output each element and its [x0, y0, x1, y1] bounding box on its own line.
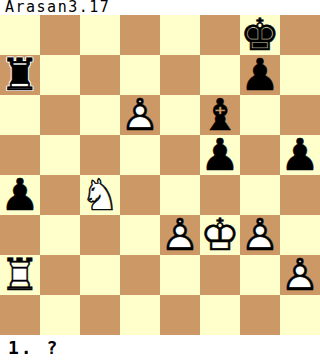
square-c2[interactable] — [80, 255, 120, 295]
square-h8[interactable] — [280, 15, 320, 55]
white-pawn-glyph: ♙ — [280, 255, 320, 295]
square-c4[interactable]: ♞♘ — [80, 175, 120, 215]
chess-board: ♚♜♟♟♙♝♟♟♟♞♘♟♙♚♔♟♙♜♖♟♙ — [0, 15, 320, 335]
square-a2[interactable]: ♜♖ — [0, 255, 40, 295]
square-d5[interactable] — [120, 135, 160, 175]
square-h2[interactable]: ♟♙ — [280, 255, 320, 295]
square-a4[interactable]: ♟ — [0, 175, 40, 215]
white-knight: ♞♘ — [80, 175, 120, 215]
square-d1[interactable] — [120, 295, 160, 335]
square-f2[interactable] — [200, 255, 240, 295]
chess-diagram-window: Arasan3.17 ♚♜♟♟♙♝♟♟♟♞♘♟♙♚♔♟♙♜♖♟♙ 1. ? — [0, 0, 320, 360]
square-g7[interactable]: ♟ — [240, 55, 280, 95]
white-king: ♚♔ — [200, 215, 240, 255]
square-e7[interactable] — [160, 55, 200, 95]
square-d6[interactable]: ♟♙ — [120, 95, 160, 135]
square-a6[interactable] — [0, 95, 40, 135]
move-prompt: 1. ? — [0, 335, 320, 360]
white-king-glyph: ♔ — [200, 215, 240, 255]
square-h4[interactable] — [280, 175, 320, 215]
white-pawn-glyph: ♙ — [120, 95, 160, 135]
black-pawn-glyph: ♟ — [0, 175, 40, 215]
square-b7[interactable] — [40, 55, 80, 95]
square-b8[interactable] — [40, 15, 80, 55]
black-pawn: ♟ — [200, 135, 240, 175]
square-b3[interactable] — [40, 215, 80, 255]
square-g5[interactable] — [240, 135, 280, 175]
black-pawn: ♟ — [0, 175, 40, 215]
square-d2[interactable] — [120, 255, 160, 295]
white-pawn: ♟♙ — [160, 215, 200, 255]
square-g3[interactable]: ♟♙ — [240, 215, 280, 255]
square-c1[interactable] — [80, 295, 120, 335]
square-d8[interactable] — [120, 15, 160, 55]
square-f3[interactable]: ♚♔ — [200, 215, 240, 255]
square-b4[interactable] — [40, 175, 80, 215]
black-pawn-glyph: ♟ — [200, 135, 240, 175]
square-g1[interactable] — [240, 295, 280, 335]
square-e1[interactable] — [160, 295, 200, 335]
square-c8[interactable] — [80, 15, 120, 55]
square-b5[interactable] — [40, 135, 80, 175]
white-pawn: ♟♙ — [120, 95, 160, 135]
square-c3[interactable] — [80, 215, 120, 255]
square-c7[interactable] — [80, 55, 120, 95]
white-pawn: ♟♙ — [280, 255, 320, 295]
black-pawn: ♟ — [240, 55, 280, 95]
white-pawn: ♟♙ — [240, 215, 280, 255]
square-a7[interactable]: ♜ — [0, 55, 40, 95]
square-e5[interactable] — [160, 135, 200, 175]
black-pawn-glyph: ♟ — [240, 55, 280, 95]
square-e6[interactable] — [160, 95, 200, 135]
white-knight-glyph: ♘ — [80, 175, 120, 215]
black-pawn-glyph: ♟ — [280, 135, 320, 175]
square-b2[interactable] — [40, 255, 80, 295]
white-rook: ♜♖ — [0, 255, 40, 295]
square-h7[interactable] — [280, 55, 320, 95]
black-pawn: ♟ — [280, 135, 320, 175]
square-d4[interactable] — [120, 175, 160, 215]
square-b1[interactable] — [40, 295, 80, 335]
square-c6[interactable] — [80, 95, 120, 135]
square-e8[interactable] — [160, 15, 200, 55]
square-h1[interactable] — [280, 295, 320, 335]
white-pawn-glyph: ♙ — [240, 215, 280, 255]
black-rook-glyph: ♜ — [0, 55, 40, 95]
square-g2[interactable] — [240, 255, 280, 295]
square-h5[interactable]: ♟ — [280, 135, 320, 175]
square-e3[interactable]: ♟♙ — [160, 215, 200, 255]
square-d3[interactable] — [120, 215, 160, 255]
square-f1[interactable] — [200, 295, 240, 335]
square-e2[interactable] — [160, 255, 200, 295]
square-a1[interactable] — [0, 295, 40, 335]
black-rook: ♜ — [0, 55, 40, 95]
white-rook-glyph: ♖ — [0, 255, 40, 295]
square-f5[interactable]: ♟ — [200, 135, 240, 175]
square-b6[interactable] — [40, 95, 80, 135]
white-pawn-glyph: ♙ — [160, 215, 200, 255]
square-g6[interactable] — [240, 95, 280, 135]
square-f8[interactable] — [200, 15, 240, 55]
